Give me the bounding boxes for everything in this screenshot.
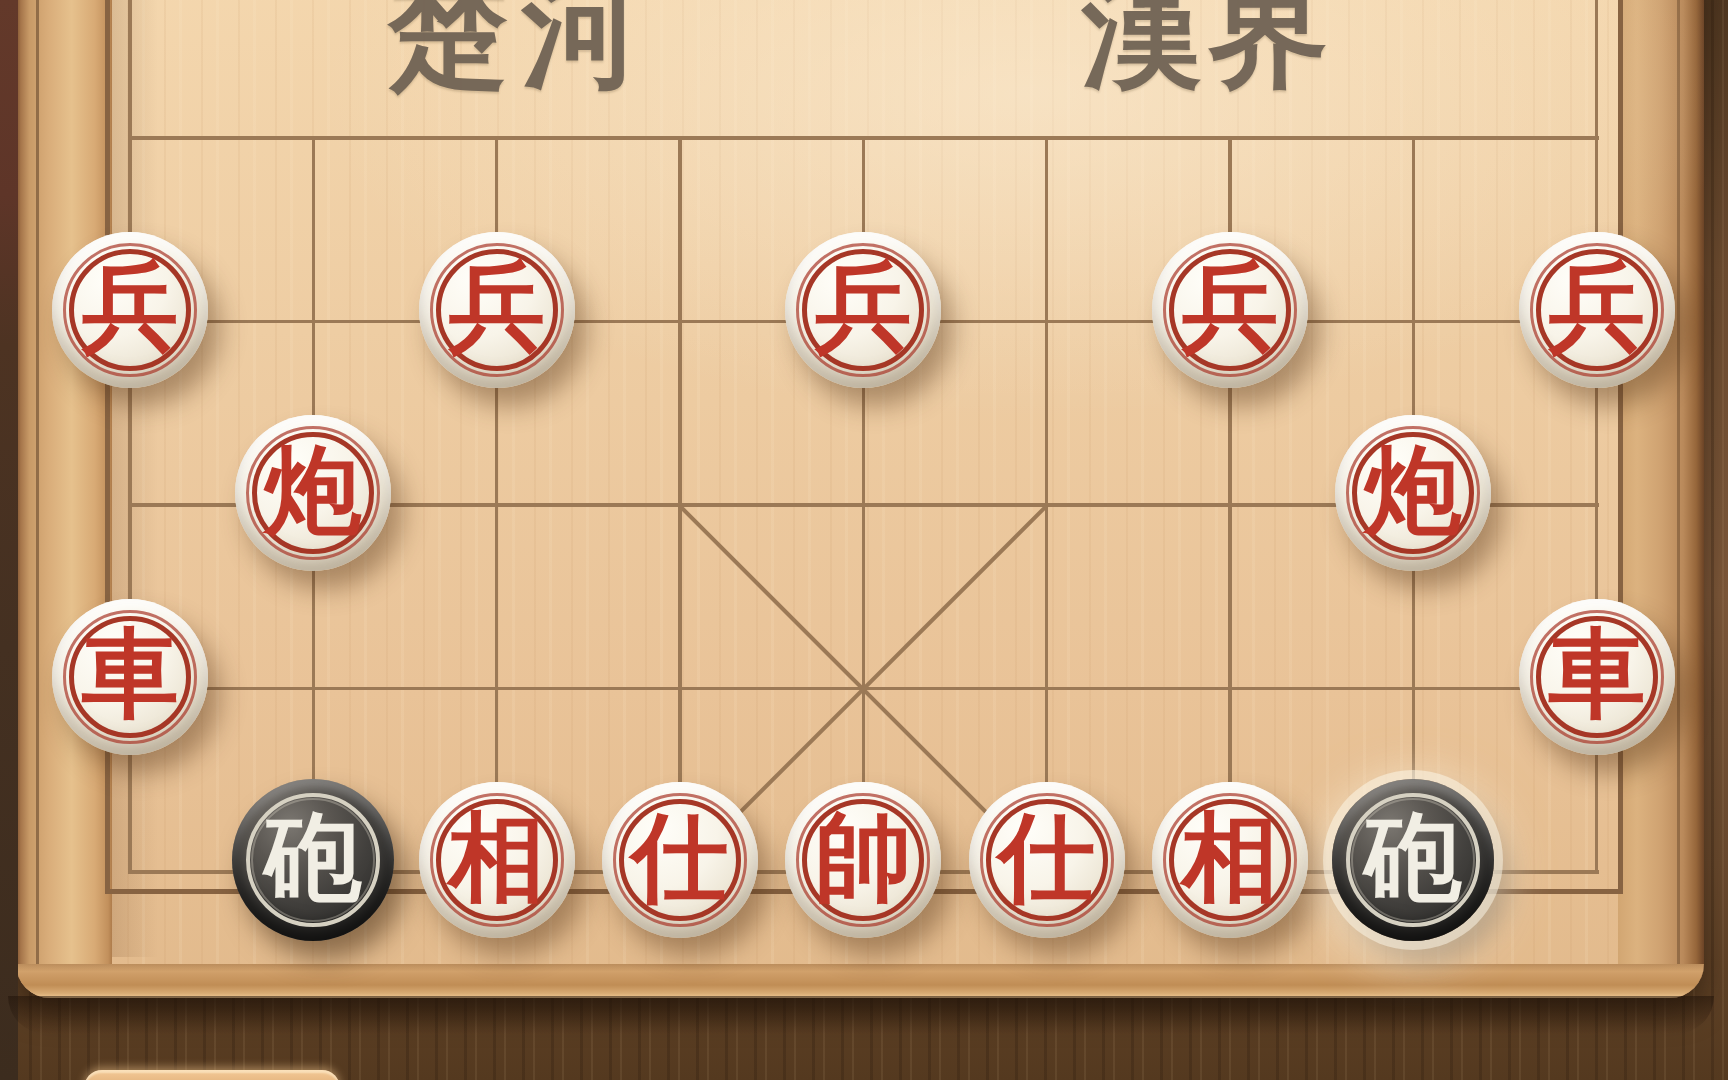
piece-glyph: 車 bbox=[1548, 625, 1645, 722]
piece-red-elephant[interactable]: 相 bbox=[419, 782, 575, 938]
piece-glyph: 兵 bbox=[1548, 258, 1645, 355]
piece-red-cannon[interactable]: 炮 bbox=[235, 415, 391, 571]
piece-red-elephant[interactable]: 相 bbox=[1152, 782, 1308, 938]
piece-red-soldier[interactable]: 兵 bbox=[419, 232, 575, 388]
piece-red-chariot[interactable]: 車 bbox=[52, 599, 208, 755]
bottom-left-plaque[interactable] bbox=[84, 1070, 340, 1080]
piece-glyph: 兵 bbox=[815, 258, 912, 355]
board-drop-shadow bbox=[8, 996, 1714, 1034]
piece-black-cannon[interactable]: 砲 bbox=[232, 779, 394, 941]
xiangqi-game-screen: 楚河 漢界 兵兵兵兵兵炮炮車車砲相仕帥仕相砲 bbox=[0, 0, 1728, 1080]
piece-red-general[interactable]: 帥 bbox=[785, 782, 941, 938]
piece-red-advisor[interactable]: 仕 bbox=[602, 782, 758, 938]
board-left-frame bbox=[16, 0, 112, 998]
river-label-chu-he: 楚河 bbox=[388, 0, 656, 92]
board-inner-shadow bbox=[112, 0, 158, 957]
table-left-edge bbox=[0, 0, 18, 1080]
piece-glyph: 仕 bbox=[631, 809, 728, 906]
board-right-frame bbox=[1618, 0, 1704, 998]
piece-glyph: 帥 bbox=[815, 809, 912, 906]
piece-glyph: 兵 bbox=[82, 258, 179, 355]
piece-red-advisor[interactable]: 仕 bbox=[969, 782, 1125, 938]
piece-red-soldier[interactable]: 兵 bbox=[1152, 232, 1308, 388]
piece-red-chariot[interactable]: 車 bbox=[1519, 599, 1675, 755]
piece-glyph: 砲 bbox=[265, 809, 362, 906]
piece-glyph: 炮 bbox=[265, 442, 362, 539]
river-label-han-jie: 漢界 bbox=[1082, 0, 1334, 92]
piece-black-cannon[interactable]: 砲 bbox=[1332, 779, 1494, 941]
piece-glyph: 相 bbox=[448, 809, 545, 906]
piece-red-cannon[interactable]: 炮 bbox=[1335, 415, 1491, 571]
piece-red-soldier[interactable]: 兵 bbox=[1519, 232, 1675, 388]
piece-red-soldier[interactable]: 兵 bbox=[52, 232, 208, 388]
piece-glyph: 仕 bbox=[998, 809, 1095, 906]
piece-glyph: 車 bbox=[82, 625, 179, 722]
piece-glyph: 相 bbox=[1181, 809, 1278, 906]
piece-glyph: 炮 bbox=[1365, 442, 1462, 539]
piece-glyph: 兵 bbox=[1181, 258, 1278, 355]
piece-red-soldier[interactable]: 兵 bbox=[785, 232, 941, 388]
board-front-edge bbox=[16, 964, 1704, 998]
piece-glyph: 砲 bbox=[1365, 809, 1462, 906]
piece-glyph: 兵 bbox=[448, 258, 545, 355]
